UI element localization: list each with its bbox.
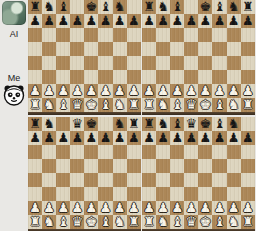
square-g1[interactable]: ♞	[227, 98, 241, 112]
piece-black-rook: ♜	[242, 0, 254, 14]
square-g7[interactable]: ♟	[113, 131, 127, 145]
square-h8[interactable]: ♜	[127, 117, 141, 131]
square-a7[interactable]: ♟	[28, 14, 42, 28]
square-a1[interactable]: ♜	[28, 215, 42, 229]
square-g5[interactable]	[227, 42, 241, 56]
square-f1[interactable]: ♝	[98, 98, 112, 112]
square-c2[interactable]: ♟	[170, 84, 184, 98]
square-e8[interactable]: ♚	[84, 0, 98, 14]
square-e7[interactable]: ♟	[84, 131, 98, 145]
square-g2[interactable]: ♟	[113, 201, 127, 215]
square-e7[interactable]: ♟	[84, 14, 98, 28]
square-d8[interactable]	[184, 0, 198, 14]
board-bottom-right: ♜♞♝♛♚♝♞♟♟♟♟♟♟♟♟♟♟♟♟♟♟♟♟♜♞♝♛♚♝♞♜	[142, 117, 255, 231]
piece-black-pawn: ♟	[171, 131, 183, 145]
square-h2[interactable]: ♟	[127, 84, 141, 98]
piece-black-pawn: ♟	[128, 14, 140, 28]
square-b2[interactable]: ♟	[42, 201, 56, 215]
square-d5[interactable]	[70, 159, 84, 173]
square-g2[interactable]: ♟	[227, 201, 241, 215]
square-b3[interactable]	[156, 187, 170, 201]
square-b5[interactable]	[42, 159, 56, 173]
square-e6[interactable]	[198, 28, 212, 42]
square-f4[interactable]	[212, 56, 226, 70]
square-a4[interactable]	[28, 56, 42, 70]
square-e1[interactable]: ♚	[198, 98, 212, 112]
square-d4[interactable]	[184, 173, 198, 187]
square-h3[interactable]	[241, 70, 255, 84]
piece-white-bishop: ♝	[100, 215, 112, 229]
square-c8[interactable]	[56, 117, 70, 131]
square-a8[interactable]: ♜	[28, 0, 42, 14]
square-h8[interactable]	[241, 117, 255, 131]
square-b1[interactable]: ♞	[156, 215, 170, 229]
square-a4[interactable]	[28, 173, 42, 187]
square-c7[interactable]: ♟	[170, 14, 184, 28]
square-d3[interactable]	[184, 187, 198, 201]
piece-white-pawn: ♟	[157, 84, 169, 98]
square-e8[interactable]: ♚	[84, 117, 98, 131]
square-c5[interactable]	[170, 159, 184, 173]
square-g6[interactable]	[113, 28, 127, 42]
square-d1[interactable]: ♛	[184, 98, 198, 112]
square-f7[interactable]: ♟	[98, 131, 112, 145]
square-g4[interactable]	[113, 173, 127, 187]
square-g8[interactable]: ♞	[227, 0, 241, 14]
square-d5[interactable]	[184, 159, 198, 173]
square-a5[interactable]	[142, 159, 156, 173]
square-h7[interactable]: ♟	[127, 14, 141, 28]
square-b7[interactable]: ♟	[42, 131, 56, 145]
square-d2[interactable]: ♟	[184, 201, 198, 215]
piece-white-king: ♚	[200, 98, 212, 112]
piece-white-pawn: ♟	[186, 84, 198, 98]
square-a8[interactable]: ♜	[142, 0, 156, 14]
square-h4[interactable]	[127, 56, 141, 70]
square-g6[interactable]	[227, 145, 241, 159]
piece-white-pawn: ♟	[29, 84, 41, 98]
square-f3[interactable]	[98, 70, 112, 84]
square-g5[interactable]	[227, 159, 241, 173]
square-f8[interactable]: ♝	[212, 117, 226, 131]
square-e5[interactable]	[84, 159, 98, 173]
square-c2[interactable]: ♟	[56, 201, 70, 215]
square-b2[interactable]: ♟	[156, 84, 170, 98]
square-h6[interactable]	[241, 145, 255, 159]
piece-white-rook: ♜	[128, 215, 140, 229]
square-h7[interactable]: ♟	[241, 131, 255, 145]
square-a5[interactable]	[28, 159, 42, 173]
square-c4[interactable]	[56, 173, 70, 187]
square-c8[interactable]: ♝	[170, 0, 184, 14]
square-a6[interactable]	[142, 28, 156, 42]
piece-black-king: ♚	[86, 0, 98, 14]
square-b1[interactable]: ♞	[42, 98, 56, 112]
square-b4[interactable]	[42, 173, 56, 187]
square-a8[interactable]: ♜	[142, 117, 156, 131]
square-d3[interactable]	[70, 187, 84, 201]
square-b5[interactable]	[42, 42, 56, 56]
square-b8[interactable]: ♞	[156, 0, 170, 14]
square-f8[interactable]: ♝	[98, 0, 112, 14]
square-a6[interactable]	[28, 28, 42, 42]
square-c6[interactable]	[56, 28, 70, 42]
square-f6[interactable]	[212, 145, 226, 159]
square-g7[interactable]: ♟	[113, 14, 127, 28]
square-e4[interactable]	[84, 173, 98, 187]
piece-white-king: ♚	[86, 98, 98, 112]
square-b8[interactable]: ♞	[42, 0, 56, 14]
square-f2[interactable]: ♟	[98, 201, 112, 215]
square-d2[interactable]: ♟	[70, 201, 84, 215]
square-f1[interactable]: ♝	[212, 215, 226, 229]
square-e3[interactable]	[198, 187, 212, 201]
square-e2[interactable]: ♟	[84, 84, 98, 98]
square-e6[interactable]	[84, 145, 98, 159]
piece-white-pawn: ♟	[143, 201, 155, 215]
square-f3[interactable]	[98, 187, 112, 201]
square-e2[interactable]: ♟	[84, 201, 98, 215]
square-b7[interactable]: ♟	[156, 14, 170, 28]
square-f2[interactable]: ♟	[98, 84, 112, 98]
square-h2[interactable]: ♟	[241, 201, 255, 215]
square-c6[interactable]	[170, 145, 184, 159]
square-g3[interactable]	[113, 187, 127, 201]
square-h1[interactable]: ♜	[127, 98, 141, 112]
square-h2[interactable]: ♟	[127, 201, 141, 215]
square-h5[interactable]	[241, 159, 255, 173]
square-c3[interactable]	[56, 187, 70, 201]
square-g5[interactable]	[113, 42, 127, 56]
square-g8[interactable]: ♞	[113, 0, 127, 14]
square-c1[interactable]: ♝	[170, 215, 184, 229]
square-f4[interactable]	[98, 56, 112, 70]
square-g4[interactable]	[113, 56, 127, 70]
square-c3[interactable]	[170, 70, 184, 84]
ai-label: AI	[10, 29, 19, 39]
square-e5[interactable]	[198, 159, 212, 173]
square-a2[interactable]: ♟	[142, 201, 156, 215]
square-f1[interactable]: ♝	[212, 98, 226, 112]
piece-black-pawn: ♟	[72, 14, 84, 28]
square-h4[interactable]	[241, 173, 255, 187]
square-b3[interactable]	[156, 70, 170, 84]
square-e8[interactable]: ♚	[198, 0, 212, 14]
square-f4[interactable]	[212, 173, 226, 187]
square-h3[interactable]	[241, 187, 255, 201]
square-f6[interactable]	[98, 145, 112, 159]
square-h6[interactable]	[127, 28, 141, 42]
square-g6[interactable]	[113, 145, 127, 159]
square-b4[interactable]	[156, 56, 170, 70]
piece-black-pawn: ♟	[242, 14, 254, 28]
piece-black-pawn: ♟	[157, 131, 169, 145]
square-h3[interactable]	[127, 187, 141, 201]
piece-white-knight: ♞	[228, 98, 240, 112]
square-c7[interactable]: ♟	[56, 131, 70, 145]
square-e6[interactable]	[198, 145, 212, 159]
square-h1[interactable]: ♜	[127, 215, 141, 229]
board-top-right: ♜♞♝♚♝♞♜♟♟♟♟♟♟♟♟♟♟♟♟♟♟♟♟♜♞♝♛♚♝♞♜	[142, 0, 255, 115]
square-a3[interactable]	[28, 70, 42, 84]
square-h4[interactable]	[241, 56, 255, 70]
square-b5[interactable]	[156, 159, 170, 173]
square-b7[interactable]: ♟	[42, 14, 56, 28]
square-c5[interactable]	[56, 159, 70, 173]
square-e4[interactable]	[198, 173, 212, 187]
square-f5[interactable]	[212, 42, 226, 56]
square-c6[interactable]	[56, 145, 70, 159]
piece-white-king: ♚	[86, 215, 98, 229]
square-g6[interactable]	[227, 28, 241, 42]
square-h5[interactable]	[127, 159, 141, 173]
square-c1[interactable]: ♝	[56, 215, 70, 229]
square-a7[interactable]: ♟	[28, 131, 42, 145]
square-e4[interactable]	[198, 56, 212, 70]
piece-black-pawn: ♟	[200, 14, 212, 28]
square-f3[interactable]	[212, 187, 226, 201]
square-a2[interactable]: ♟	[28, 201, 42, 215]
square-d8[interactable]	[70, 0, 84, 14]
square-b7[interactable]: ♟	[156, 131, 170, 145]
board-bottom-edge	[142, 112, 255, 115]
square-e5[interactable]	[84, 42, 98, 56]
square-e7[interactable]: ♟	[198, 131, 212, 145]
square-d4[interactable]	[184, 56, 198, 70]
piece-white-pawn: ♟	[100, 201, 112, 215]
square-a7[interactable]: ♟	[142, 131, 156, 145]
square-d2[interactable]: ♟	[184, 84, 198, 98]
square-d8[interactable]: ♛	[184, 117, 198, 131]
square-d7[interactable]: ♟	[70, 14, 84, 28]
square-d1[interactable]: ♛	[184, 215, 198, 229]
square-b1[interactable]: ♞	[156, 98, 170, 112]
square-f3[interactable]	[212, 70, 226, 84]
square-c5[interactable]	[56, 42, 70, 56]
square-e6[interactable]	[84, 28, 98, 42]
square-e3[interactable]	[84, 70, 98, 84]
square-d3[interactable]	[70, 70, 84, 84]
piece-black-pawn: ♟	[29, 131, 41, 145]
square-g4[interactable]	[227, 173, 241, 187]
square-b6[interactable]	[156, 145, 170, 159]
square-a1[interactable]: ♜	[142, 215, 156, 229]
square-h8[interactable]: ♜	[241, 0, 255, 14]
square-h8[interactable]	[127, 0, 141, 14]
piece-white-pawn: ♟	[43, 201, 55, 215]
square-a7[interactable]: ♟	[142, 14, 156, 28]
piece-black-pawn: ♟	[43, 131, 55, 145]
square-g2[interactable]: ♟	[227, 84, 241, 98]
square-h7[interactable]: ♟	[241, 14, 255, 28]
square-g3[interactable]	[227, 70, 241, 84]
square-a5[interactable]	[28, 42, 42, 56]
square-a4[interactable]	[142, 173, 156, 187]
square-c1[interactable]: ♝	[56, 98, 70, 112]
square-b5[interactable]	[156, 42, 170, 56]
square-g7[interactable]: ♟	[227, 14, 241, 28]
square-e5[interactable]	[198, 42, 212, 56]
square-g3[interactable]	[113, 70, 127, 84]
square-g4[interactable]	[227, 56, 241, 70]
piece-black-knight: ♞	[43, 117, 55, 131]
square-c7[interactable]: ♟	[56, 14, 70, 28]
square-g8[interactable]: ♞	[113, 117, 127, 131]
square-f7[interactable]: ♟	[212, 131, 226, 145]
square-b6[interactable]	[156, 28, 170, 42]
square-h1[interactable]: ♜	[241, 98, 255, 112]
square-f5[interactable]	[98, 42, 112, 56]
square-c2[interactable]: ♟	[56, 84, 70, 98]
square-e3[interactable]	[198, 70, 212, 84]
square-h5[interactable]	[241, 42, 255, 56]
square-a8[interactable]: ♜	[28, 117, 42, 131]
square-h4[interactable]	[127, 173, 141, 187]
square-a6[interactable]	[142, 145, 156, 159]
square-e8[interactable]: ♚	[198, 117, 212, 131]
square-d3[interactable]	[184, 70, 198, 84]
square-d5[interactable]	[70, 42, 84, 56]
square-c3[interactable]	[56, 70, 70, 84]
square-b8[interactable]: ♞	[156, 117, 170, 131]
square-g7[interactable]: ♟	[227, 131, 241, 145]
square-a1[interactable]: ♜	[28, 98, 42, 112]
square-f6[interactable]	[212, 28, 226, 42]
square-a2[interactable]: ♟	[142, 84, 156, 98]
square-f2[interactable]: ♟	[212, 201, 226, 215]
square-d6[interactable]	[184, 28, 198, 42]
square-b6[interactable]	[42, 145, 56, 159]
square-g2[interactable]: ♟	[113, 84, 127, 98]
piece-white-pawn: ♟	[143, 84, 155, 98]
piece-white-pawn: ♟	[72, 84, 84, 98]
square-b2[interactable]: ♟	[42, 84, 56, 98]
square-f4[interactable]	[98, 173, 112, 187]
square-a6[interactable]	[28, 145, 42, 159]
piece-white-pawn: ♟	[29, 201, 41, 215]
square-e2[interactable]: ♟	[198, 201, 212, 215]
square-c7[interactable]: ♟	[170, 131, 184, 145]
square-e3[interactable]	[84, 187, 98, 201]
square-e1[interactable]: ♚	[84, 215, 98, 229]
square-d8[interactable]: ♛	[70, 117, 84, 131]
square-c8[interactable]: ♝	[56, 0, 70, 14]
square-d6[interactable]	[70, 145, 84, 159]
square-c2[interactable]: ♟	[170, 201, 184, 215]
square-f5[interactable]	[98, 159, 112, 173]
square-b1[interactable]: ♞	[42, 215, 56, 229]
piece-white-rook: ♜	[143, 98, 155, 112]
square-d7[interactable]: ♟	[184, 14, 198, 28]
square-g1[interactable]: ♞	[113, 215, 127, 229]
piece-white-pawn: ♟	[86, 201, 98, 215]
square-b6[interactable]	[42, 28, 56, 42]
square-e1[interactable]: ♚	[198, 215, 212, 229]
square-f8[interactable]	[98, 117, 112, 131]
square-a3[interactable]	[142, 70, 156, 84]
square-c4[interactable]	[170, 173, 184, 187]
piece-white-pawn: ♟	[242, 84, 254, 98]
square-e2[interactable]: ♟	[198, 84, 212, 98]
square-a4[interactable]	[142, 56, 156, 70]
square-d5[interactable]	[184, 42, 198, 56]
square-f2[interactable]: ♟	[212, 84, 226, 98]
square-d4[interactable]	[70, 56, 84, 70]
square-d7[interactable]: ♟	[70, 131, 84, 145]
piece-black-knight: ♞	[114, 117, 126, 131]
piece-white-pawn: ♟	[200, 84, 212, 98]
square-f8[interactable]: ♝	[212, 0, 226, 14]
square-f5[interactable]	[212, 159, 226, 173]
square-g5[interactable]	[113, 159, 127, 173]
piece-white-king: ♚	[200, 215, 212, 229]
square-e7[interactable]: ♟	[198, 14, 212, 28]
square-c8[interactable]: ♝	[170, 117, 184, 131]
square-e1[interactable]: ♚	[84, 98, 98, 112]
square-f7[interactable]: ♟	[98, 14, 112, 28]
piece-white-pawn: ♟	[228, 201, 240, 215]
square-d1[interactable]: ♛	[70, 215, 84, 229]
square-c5[interactable]	[170, 42, 184, 56]
square-g3[interactable]	[227, 187, 241, 201]
square-h1[interactable]: ♜	[241, 215, 255, 229]
square-b4[interactable]	[42, 56, 56, 70]
piece-white-pawn: ♟	[72, 201, 84, 215]
square-g1[interactable]: ♞	[227, 215, 241, 229]
square-h3[interactable]	[127, 70, 141, 84]
square-d4[interactable]	[70, 173, 84, 187]
square-f1[interactable]: ♝	[98, 215, 112, 229]
square-f6[interactable]	[98, 28, 112, 42]
square-a1[interactable]: ♜	[142, 98, 156, 112]
square-h7[interactable]: ♟	[127, 131, 141, 145]
square-g8[interactable]: ♞	[227, 117, 241, 131]
square-b8[interactable]: ♞	[42, 117, 56, 131]
ai-avatar[interactable]	[2, 1, 26, 25]
square-h6[interactable]	[127, 145, 141, 159]
square-c3[interactable]	[170, 187, 184, 201]
square-a3[interactable]	[28, 187, 42, 201]
square-h5[interactable]	[127, 42, 141, 56]
square-a3[interactable]	[142, 187, 156, 201]
me-label: Me	[8, 73, 21, 83]
square-b2[interactable]: ♟	[156, 201, 170, 215]
square-h6[interactable]	[241, 28, 255, 42]
square-d6[interactable]	[184, 145, 198, 159]
square-b3[interactable]	[42, 187, 56, 201]
square-a5[interactable]	[142, 42, 156, 56]
square-e4[interactable]	[84, 56, 98, 70]
square-c6[interactable]	[170, 28, 184, 42]
square-b3[interactable]	[42, 70, 56, 84]
square-c4[interactable]	[170, 56, 184, 70]
square-f7[interactable]: ♟	[212, 14, 226, 28]
square-g1[interactable]: ♞	[113, 98, 127, 112]
square-d1[interactable]: ♛	[70, 98, 84, 112]
square-d7[interactable]: ♟	[184, 131, 198, 145]
square-a2[interactable]: ♟	[28, 84, 42, 98]
square-d2[interactable]: ♟	[70, 84, 84, 98]
piece-black-pawn: ♟	[228, 14, 240, 28]
me-avatar-panda-icon[interactable]	[3, 84, 25, 106]
square-c4[interactable]	[56, 56, 70, 70]
square-d6[interactable]	[70, 28, 84, 42]
square-b4[interactable]	[156, 173, 170, 187]
piece-black-knight: ♞	[228, 0, 240, 14]
piece-white-knight: ♞	[157, 98, 169, 112]
square-c1[interactable]: ♝	[170, 98, 184, 112]
square-h2[interactable]: ♟	[241, 84, 255, 98]
